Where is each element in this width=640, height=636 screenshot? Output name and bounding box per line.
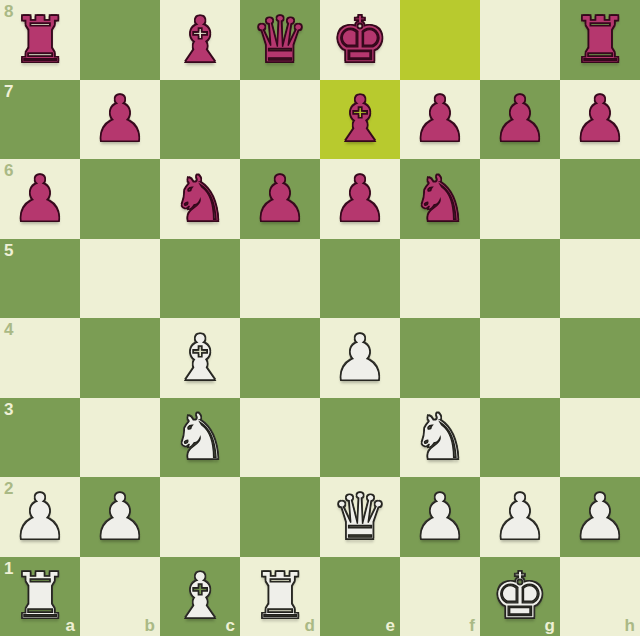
piece-black-knight[interactable]: ♞ [160,159,240,239]
piece-white-rook[interactable]: ♜ [0,557,80,636]
piece-white-knight[interactable]: ♞ [400,398,480,478]
square-f4[interactable] [400,318,480,398]
square-c3[interactable]: ♞ [160,398,240,478]
square-b8[interactable] [80,0,160,80]
square-d4[interactable] [240,318,320,398]
piece-black-pawn[interactable]: ♟ [400,80,480,160]
square-a6[interactable]: 6♟ [0,159,80,239]
square-e4[interactable]: ♟ [320,318,400,398]
square-a8[interactable]: 8♜ [0,0,80,80]
file-label-e: e [386,617,395,634]
square-b3[interactable] [80,398,160,478]
square-g1[interactable]: g♚ [480,557,560,636]
piece-white-pawn[interactable]: ♟ [0,477,80,557]
square-d3[interactable] [240,398,320,478]
square-h4[interactable] [560,318,640,398]
square-g6[interactable] [480,159,560,239]
square-e7[interactable]: ♝ [320,80,400,160]
piece-black-queen[interactable]: ♛ [240,0,320,80]
chess-board: 8♜♝♛♚♜7♟♝♟♟♟6♟♞♟♟♞54♝♟3♞♞2♟♟♛♟♟♟1a♜bc♝d♜… [0,0,640,636]
square-h8[interactable]: ♜ [560,0,640,80]
file-label-h: h [625,617,635,634]
rank-label-5: 5 [4,242,13,259]
square-c1[interactable]: c♝ [160,557,240,636]
square-d6[interactable]: ♟ [240,159,320,239]
square-a4[interactable]: 4 [0,318,80,398]
piece-black-knight[interactable]: ♞ [400,159,480,239]
square-c4[interactable]: ♝ [160,318,240,398]
piece-white-bishop[interactable]: ♝ [160,557,240,636]
square-c5[interactable] [160,239,240,319]
piece-black-pawn[interactable]: ♟ [240,159,320,239]
rank-label-4: 4 [4,321,13,338]
square-f3[interactable]: ♞ [400,398,480,478]
rank-label-7: 7 [4,83,13,100]
rank-label-3: 3 [4,401,13,418]
square-f1[interactable]: f [400,557,480,636]
square-h7[interactable]: ♟ [560,80,640,160]
piece-white-knight[interactable]: ♞ [160,398,240,478]
square-g8[interactable] [480,0,560,80]
square-e1[interactable]: e [320,557,400,636]
square-f5[interactable] [400,239,480,319]
piece-white-king[interactable]: ♚ [480,557,560,636]
piece-white-pawn[interactable]: ♟ [80,477,160,557]
piece-black-pawn[interactable]: ♟ [0,159,80,239]
square-g2[interactable]: ♟ [480,477,560,557]
square-h6[interactable] [560,159,640,239]
piece-black-pawn[interactable]: ♟ [560,80,640,160]
square-e3[interactable] [320,398,400,478]
square-a2[interactable]: 2♟ [0,477,80,557]
piece-white-rook[interactable]: ♜ [240,557,320,636]
file-label-b: b [145,617,155,634]
square-f8[interactable] [400,0,480,80]
square-b6[interactable] [80,159,160,239]
square-f7[interactable]: ♟ [400,80,480,160]
square-g4[interactable] [480,318,560,398]
square-e6[interactable]: ♟ [320,159,400,239]
square-a1[interactable]: 1a♜ [0,557,80,636]
square-b2[interactable]: ♟ [80,477,160,557]
file-label-f: f [469,617,475,634]
square-h3[interactable] [560,398,640,478]
square-d1[interactable]: d♜ [240,557,320,636]
square-h2[interactable]: ♟ [560,477,640,557]
square-c2[interactable] [160,477,240,557]
square-d7[interactable] [240,80,320,160]
piece-black-bishop[interactable]: ♝ [160,0,240,80]
square-c8[interactable]: ♝ [160,0,240,80]
square-b4[interactable] [80,318,160,398]
square-c6[interactable]: ♞ [160,159,240,239]
square-h5[interactable] [560,239,640,319]
square-b7[interactable]: ♟ [80,80,160,160]
square-d8[interactable]: ♛ [240,0,320,80]
square-g3[interactable] [480,398,560,478]
square-g5[interactable] [480,239,560,319]
square-e8[interactable]: ♚ [320,0,400,80]
piece-black-rook[interactable]: ♜ [560,0,640,80]
piece-black-rook[interactable]: ♜ [0,0,80,80]
piece-white-queen[interactable]: ♛ [320,477,400,557]
square-d2[interactable] [240,477,320,557]
piece-white-pawn[interactable]: ♟ [560,477,640,557]
piece-black-pawn[interactable]: ♟ [80,80,160,160]
square-a7[interactable]: 7 [0,80,80,160]
square-e5[interactable] [320,239,400,319]
piece-white-pawn[interactable]: ♟ [400,477,480,557]
square-h1[interactable]: h [560,557,640,636]
square-b5[interactable] [80,239,160,319]
square-g7[interactable]: ♟ [480,80,560,160]
square-f2[interactable]: ♟ [400,477,480,557]
piece-white-bishop[interactable]: ♝ [160,318,240,398]
square-d5[interactable] [240,239,320,319]
square-c7[interactable] [160,80,240,160]
piece-white-pawn[interactable]: ♟ [320,318,400,398]
piece-white-pawn[interactable]: ♟ [480,477,560,557]
piece-black-pawn[interactable]: ♟ [320,159,400,239]
square-a3[interactable]: 3 [0,398,80,478]
square-b1[interactable]: b [80,557,160,636]
piece-black-king[interactable]: ♚ [320,0,400,80]
square-f6[interactable]: ♞ [400,159,480,239]
square-e2[interactable]: ♛ [320,477,400,557]
piece-black-bishop[interactable]: ♝ [320,80,400,160]
piece-black-pawn[interactable]: ♟ [480,80,560,160]
square-a5[interactable]: 5 [0,239,80,319]
